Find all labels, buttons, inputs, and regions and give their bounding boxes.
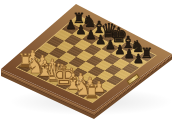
photo-container: ♜♞♝♛♚♝♞♜♟♟♟♟♟♟♟♟♟♟♟♟♟♟♟♟♜♞♝♛♚♝♞♜ <box>0 0 180 120</box>
piece-black-pawn[interactable]: ♟ <box>133 53 144 66</box>
piece-white-rook[interactable]: ♜ <box>83 83 100 102</box>
